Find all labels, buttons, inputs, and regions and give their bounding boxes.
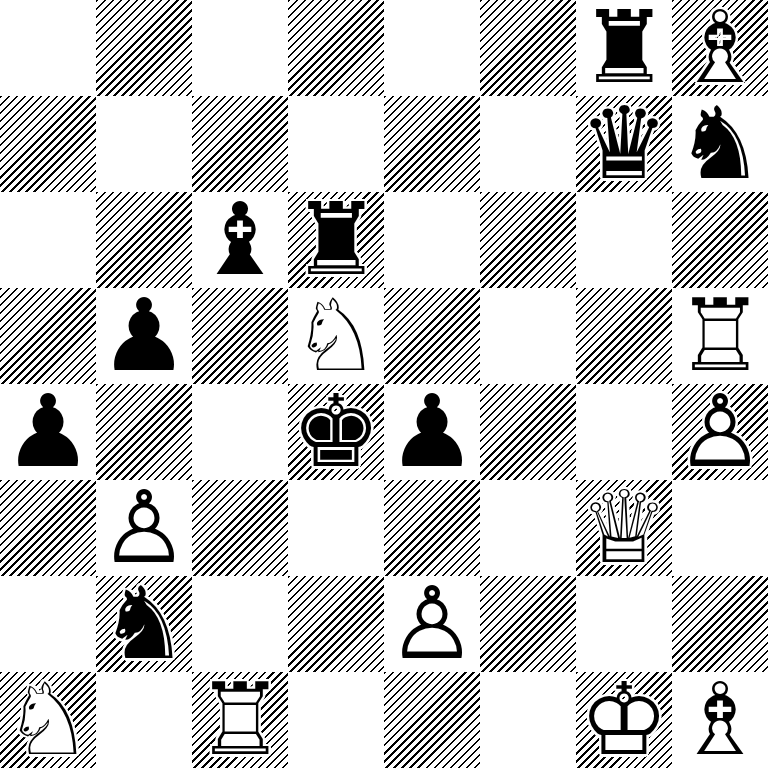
black-queen-halo: ♛: [576, 96, 672, 192]
square-f8[interactable]: [480, 0, 576, 96]
square-e2[interactable]: ♟♙: [384, 576, 480, 672]
square-h6[interactable]: [672, 192, 768, 288]
square-c6[interactable]: ♝♝: [192, 192, 288, 288]
white-rook-icon: ♖: [672, 288, 768, 384]
square-a5[interactable]: [0, 288, 96, 384]
black-pawn-icon: ♟: [384, 384, 480, 480]
black-pawn-icon: ♟: [96, 288, 192, 384]
square-g7[interactable]: ♛♛: [576, 96, 672, 192]
black-king-icon: ♚: [288, 384, 384, 480]
black-knight-icon: ♞: [96, 576, 192, 672]
white-knight-halo: ♞: [288, 288, 384, 384]
square-f6[interactable]: [480, 192, 576, 288]
square-d7[interactable]: [288, 96, 384, 192]
square-a4[interactable]: ♟♟: [0, 384, 96, 480]
black-pawn-halo: ♟: [96, 288, 192, 384]
square-a2[interactable]: [0, 576, 96, 672]
white-bishop-icon: ♗: [672, 0, 768, 96]
white-pawn-halo: ♟: [384, 576, 480, 672]
square-a3[interactable]: [0, 480, 96, 576]
square-b6[interactable]: [96, 192, 192, 288]
square-g3[interactable]: ♛♕: [576, 480, 672, 576]
square-d1[interactable]: [288, 672, 384, 768]
square-g1[interactable]: ♚♔: [576, 672, 672, 768]
square-g5[interactable]: [576, 288, 672, 384]
black-bishop-halo: ♝: [192, 192, 288, 288]
black-queen-icon: ♛: [576, 96, 672, 192]
square-h8[interactable]: ♝♗: [672, 0, 768, 96]
white-king-halo: ♚: [576, 672, 672, 768]
square-h1[interactable]: ♝♗: [672, 672, 768, 768]
white-rook-halo: ♜: [672, 288, 768, 384]
square-f3[interactable]: [480, 480, 576, 576]
square-d4[interactable]: ♚♚: [288, 384, 384, 480]
white-pawn-halo: ♟: [672, 384, 768, 480]
square-d6[interactable]: ♜♜: [288, 192, 384, 288]
square-g2[interactable]: [576, 576, 672, 672]
square-a6[interactable]: [0, 192, 96, 288]
square-b2[interactable]: ♞♞: [96, 576, 192, 672]
square-g8[interactable]: ♜♜: [576, 0, 672, 96]
white-bishop-halo: ♝: [672, 0, 768, 96]
white-pawn-icon: ♙: [96, 480, 192, 576]
square-f5[interactable]: [480, 288, 576, 384]
square-e8[interactable]: [384, 0, 480, 96]
square-e7[interactable]: [384, 96, 480, 192]
square-f4[interactable]: [480, 384, 576, 480]
square-c2[interactable]: [192, 576, 288, 672]
square-c4[interactable]: [192, 384, 288, 480]
square-b3[interactable]: ♟♙: [96, 480, 192, 576]
white-knight-icon: ♘: [288, 288, 384, 384]
black-pawn-icon: ♟: [0, 384, 96, 480]
black-pawn-halo: ♟: [384, 384, 480, 480]
black-pawn-halo: ♟: [0, 384, 96, 480]
square-h2[interactable]: [672, 576, 768, 672]
square-g6[interactable]: [576, 192, 672, 288]
black-king-halo: ♚: [288, 384, 384, 480]
square-d2[interactable]: [288, 576, 384, 672]
white-bishop-halo: ♝: [672, 672, 768, 768]
square-a7[interactable]: [0, 96, 96, 192]
black-knight-icon: ♞: [672, 96, 768, 192]
square-e1[interactable]: [384, 672, 480, 768]
chess-board: ♜♜♝♗♛♛♞♞♝♝♜♜♟♟♞♘♜♖♟♟♚♚♟♟♟♙♟♙♛♕♞♞♟♙♞♘♜♖♚♔…: [0, 0, 768, 768]
square-a8[interactable]: [0, 0, 96, 96]
square-h7[interactable]: ♞♞: [672, 96, 768, 192]
square-b1[interactable]: [96, 672, 192, 768]
white-rook-halo: ♜: [192, 672, 288, 768]
square-e4[interactable]: ♟♟: [384, 384, 480, 480]
square-h3[interactable]: [672, 480, 768, 576]
black-rook-halo: ♜: [288, 192, 384, 288]
white-queen-icon: ♕: [576, 480, 672, 576]
black-rook-halo: ♜: [576, 0, 672, 96]
white-king-icon: ♔: [576, 672, 672, 768]
square-f1[interactable]: [480, 672, 576, 768]
white-rook-icon: ♖: [192, 672, 288, 768]
square-f2[interactable]: [480, 576, 576, 672]
square-g4[interactable]: [576, 384, 672, 480]
square-d8[interactable]: [288, 0, 384, 96]
black-knight-halo: ♞: [672, 96, 768, 192]
white-pawn-icon: ♙: [672, 384, 768, 480]
black-bishop-icon: ♝: [192, 192, 288, 288]
square-e5[interactable]: [384, 288, 480, 384]
square-b7[interactable]: [96, 96, 192, 192]
square-f7[interactable]: [480, 96, 576, 192]
square-b8[interactable]: [96, 0, 192, 96]
square-c5[interactable]: [192, 288, 288, 384]
white-knight-halo: ♞: [0, 672, 96, 768]
white-pawn-icon: ♙: [384, 576, 480, 672]
white-pawn-halo: ♟: [96, 480, 192, 576]
square-b4[interactable]: [96, 384, 192, 480]
square-e6[interactable]: [384, 192, 480, 288]
white-queen-halo: ♛: [576, 480, 672, 576]
white-bishop-icon: ♗: [672, 672, 768, 768]
square-c1[interactable]: ♜♖: [192, 672, 288, 768]
square-d3[interactable]: [288, 480, 384, 576]
black-knight-halo: ♞: [96, 576, 192, 672]
square-b5[interactable]: ♟♟: [96, 288, 192, 384]
square-e3[interactable]: [384, 480, 480, 576]
black-rook-icon: ♜: [576, 0, 672, 96]
square-c3[interactable]: [192, 480, 288, 576]
white-knight-icon: ♘: [0, 672, 96, 768]
square-h4[interactable]: ♟♙: [672, 384, 768, 480]
square-d5[interactable]: ♞♘: [288, 288, 384, 384]
square-c8[interactable]: [192, 0, 288, 96]
black-rook-icon: ♜: [288, 192, 384, 288]
square-c7[interactable]: [192, 96, 288, 192]
square-h5[interactable]: ♜♖: [672, 288, 768, 384]
square-a1[interactable]: ♞♘: [0, 672, 96, 768]
